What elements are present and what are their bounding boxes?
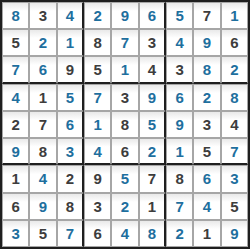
sudoku-cell-r8c3[interactable]: 8 [57, 193, 84, 220]
sudoku-cell-r8c6[interactable]: 1 [139, 193, 166, 220]
sudoku-cell-r5c7[interactable]: 9 [166, 111, 193, 138]
sudoku-cell-r6c4[interactable]: 4 [84, 138, 111, 165]
sudoku-grid: 8342965715218734967695143824157396282761… [2, 2, 248, 247]
sudoku-cell-r1c4[interactable]: 2 [84, 2, 111, 29]
sudoku-cell-r9c1[interactable]: 3 [2, 220, 29, 247]
sudoku-cell-r1c3[interactable]: 4 [57, 2, 84, 29]
sudoku-cell-r3c1[interactable]: 7 [2, 56, 29, 83]
sudoku-cell-r6c9[interactable]: 7 [221, 138, 248, 165]
sudoku-cell-r1c5[interactable]: 9 [111, 2, 138, 29]
sudoku-cell-r6c7[interactable]: 1 [166, 138, 193, 165]
sudoku-cell-r8c9[interactable]: 5 [221, 193, 248, 220]
sudoku-cell-r5c3[interactable]: 6 [57, 111, 84, 138]
sudoku-cell-r5c5[interactable]: 8 [111, 111, 138, 138]
sudoku-cell-r7c5[interactable]: 5 [111, 165, 138, 192]
sudoku-cell-r9c6[interactable]: 8 [139, 220, 166, 247]
sudoku-cell-r3c6[interactable]: 4 [139, 56, 166, 83]
sudoku-cell-r4c5[interactable]: 3 [111, 84, 138, 111]
sudoku-cell-r6c1[interactable]: 9 [2, 138, 29, 165]
sudoku-cell-r5c6[interactable]: 5 [139, 111, 166, 138]
sudoku-cell-r4c6[interactable]: 9 [139, 84, 166, 111]
sudoku-cell-r7c6[interactable]: 7 [139, 165, 166, 192]
sudoku-cell-r2c9[interactable]: 6 [221, 29, 248, 56]
sudoku-cell-r3c7[interactable]: 3 [166, 56, 193, 83]
sudoku-cell-r7c8[interactable]: 6 [193, 165, 220, 192]
sudoku-cell-r4c8[interactable]: 2 [193, 84, 220, 111]
sudoku-cell-r4c1[interactable]: 4 [2, 84, 29, 111]
sudoku-cell-r3c5[interactable]: 1 [111, 56, 138, 83]
sudoku-cell-r6c2[interactable]: 8 [29, 138, 56, 165]
sudoku-cell-r8c8[interactable]: 4 [193, 193, 220, 220]
sudoku-cell-r8c1[interactable]: 6 [2, 193, 29, 220]
sudoku-cell-r7c4[interactable]: 9 [84, 165, 111, 192]
sudoku-cell-r3c8[interactable]: 8 [193, 56, 220, 83]
sudoku-cell-r4c4[interactable]: 7 [84, 84, 111, 111]
sudoku-cell-r2c3[interactable]: 1 [57, 29, 84, 56]
sudoku-cell-r6c8[interactable]: 5 [193, 138, 220, 165]
sudoku-cell-r9c3[interactable]: 7 [57, 220, 84, 247]
sudoku-cell-r5c2[interactable]: 7 [29, 111, 56, 138]
sudoku-cell-r7c2[interactable]: 4 [29, 165, 56, 192]
sudoku-cell-r9c5[interactable]: 4 [111, 220, 138, 247]
sudoku-cell-r4c2[interactable]: 1 [29, 84, 56, 111]
sudoku-cell-r8c2[interactable]: 9 [29, 193, 56, 220]
sudoku-cell-r2c8[interactable]: 9 [193, 29, 220, 56]
sudoku-cell-r3c9[interactable]: 2 [221, 56, 248, 83]
sudoku-board: 8342965715218734967695143824157396282761… [0, 0, 250, 249]
sudoku-cell-r6c5[interactable]: 6 [111, 138, 138, 165]
sudoku-cell-r5c8[interactable]: 3 [193, 111, 220, 138]
sudoku-cell-r9c9[interactable]: 9 [221, 220, 248, 247]
sudoku-cell-r8c7[interactable]: 7 [166, 193, 193, 220]
sudoku-cell-r1c2[interactable]: 3 [29, 2, 56, 29]
sudoku-cell-r7c7[interactable]: 8 [166, 165, 193, 192]
sudoku-cell-r5c4[interactable]: 1 [84, 111, 111, 138]
sudoku-cell-r1c9[interactable]: 1 [221, 2, 248, 29]
sudoku-cell-r1c1[interactable]: 8 [2, 2, 29, 29]
sudoku-cell-r7c3[interactable]: 2 [57, 165, 84, 192]
sudoku-cell-r6c6[interactable]: 2 [139, 138, 166, 165]
sudoku-cell-r4c9[interactable]: 8 [221, 84, 248, 111]
sudoku-cell-r1c6[interactable]: 6 [139, 2, 166, 29]
sudoku-cell-r4c3[interactable]: 5 [57, 84, 84, 111]
sudoku-cell-r3c4[interactable]: 5 [84, 56, 111, 83]
sudoku-cell-r9c7[interactable]: 2 [166, 220, 193, 247]
sudoku-cell-r2c2[interactable]: 2 [29, 29, 56, 56]
sudoku-cell-r2c6[interactable]: 3 [139, 29, 166, 56]
sudoku-cell-r5c9[interactable]: 4 [221, 111, 248, 138]
sudoku-cell-r8c4[interactable]: 3 [84, 193, 111, 220]
sudoku-cell-r2c1[interactable]: 5 [2, 29, 29, 56]
sudoku-cell-r6c3[interactable]: 3 [57, 138, 84, 165]
sudoku-cell-r1c8[interactable]: 7 [193, 2, 220, 29]
sudoku-cell-r7c9[interactable]: 3 [221, 165, 248, 192]
sudoku-cell-r7c1[interactable]: 1 [2, 165, 29, 192]
sudoku-cell-r9c4[interactable]: 6 [84, 220, 111, 247]
sudoku-cell-r1c7[interactable]: 5 [166, 2, 193, 29]
sudoku-cell-r9c2[interactable]: 5 [29, 220, 56, 247]
sudoku-cell-r2c7[interactable]: 4 [166, 29, 193, 56]
sudoku-cell-r9c8[interactable]: 1 [193, 220, 220, 247]
sudoku-cell-r5c1[interactable]: 2 [2, 111, 29, 138]
sudoku-cell-r3c3[interactable]: 9 [57, 56, 84, 83]
sudoku-cell-r2c5[interactable]: 7 [111, 29, 138, 56]
sudoku-cell-r4c7[interactable]: 6 [166, 84, 193, 111]
sudoku-cell-r3c2[interactable]: 6 [29, 56, 56, 83]
sudoku-cell-r8c5[interactable]: 2 [111, 193, 138, 220]
sudoku-cell-r2c4[interactable]: 8 [84, 29, 111, 56]
